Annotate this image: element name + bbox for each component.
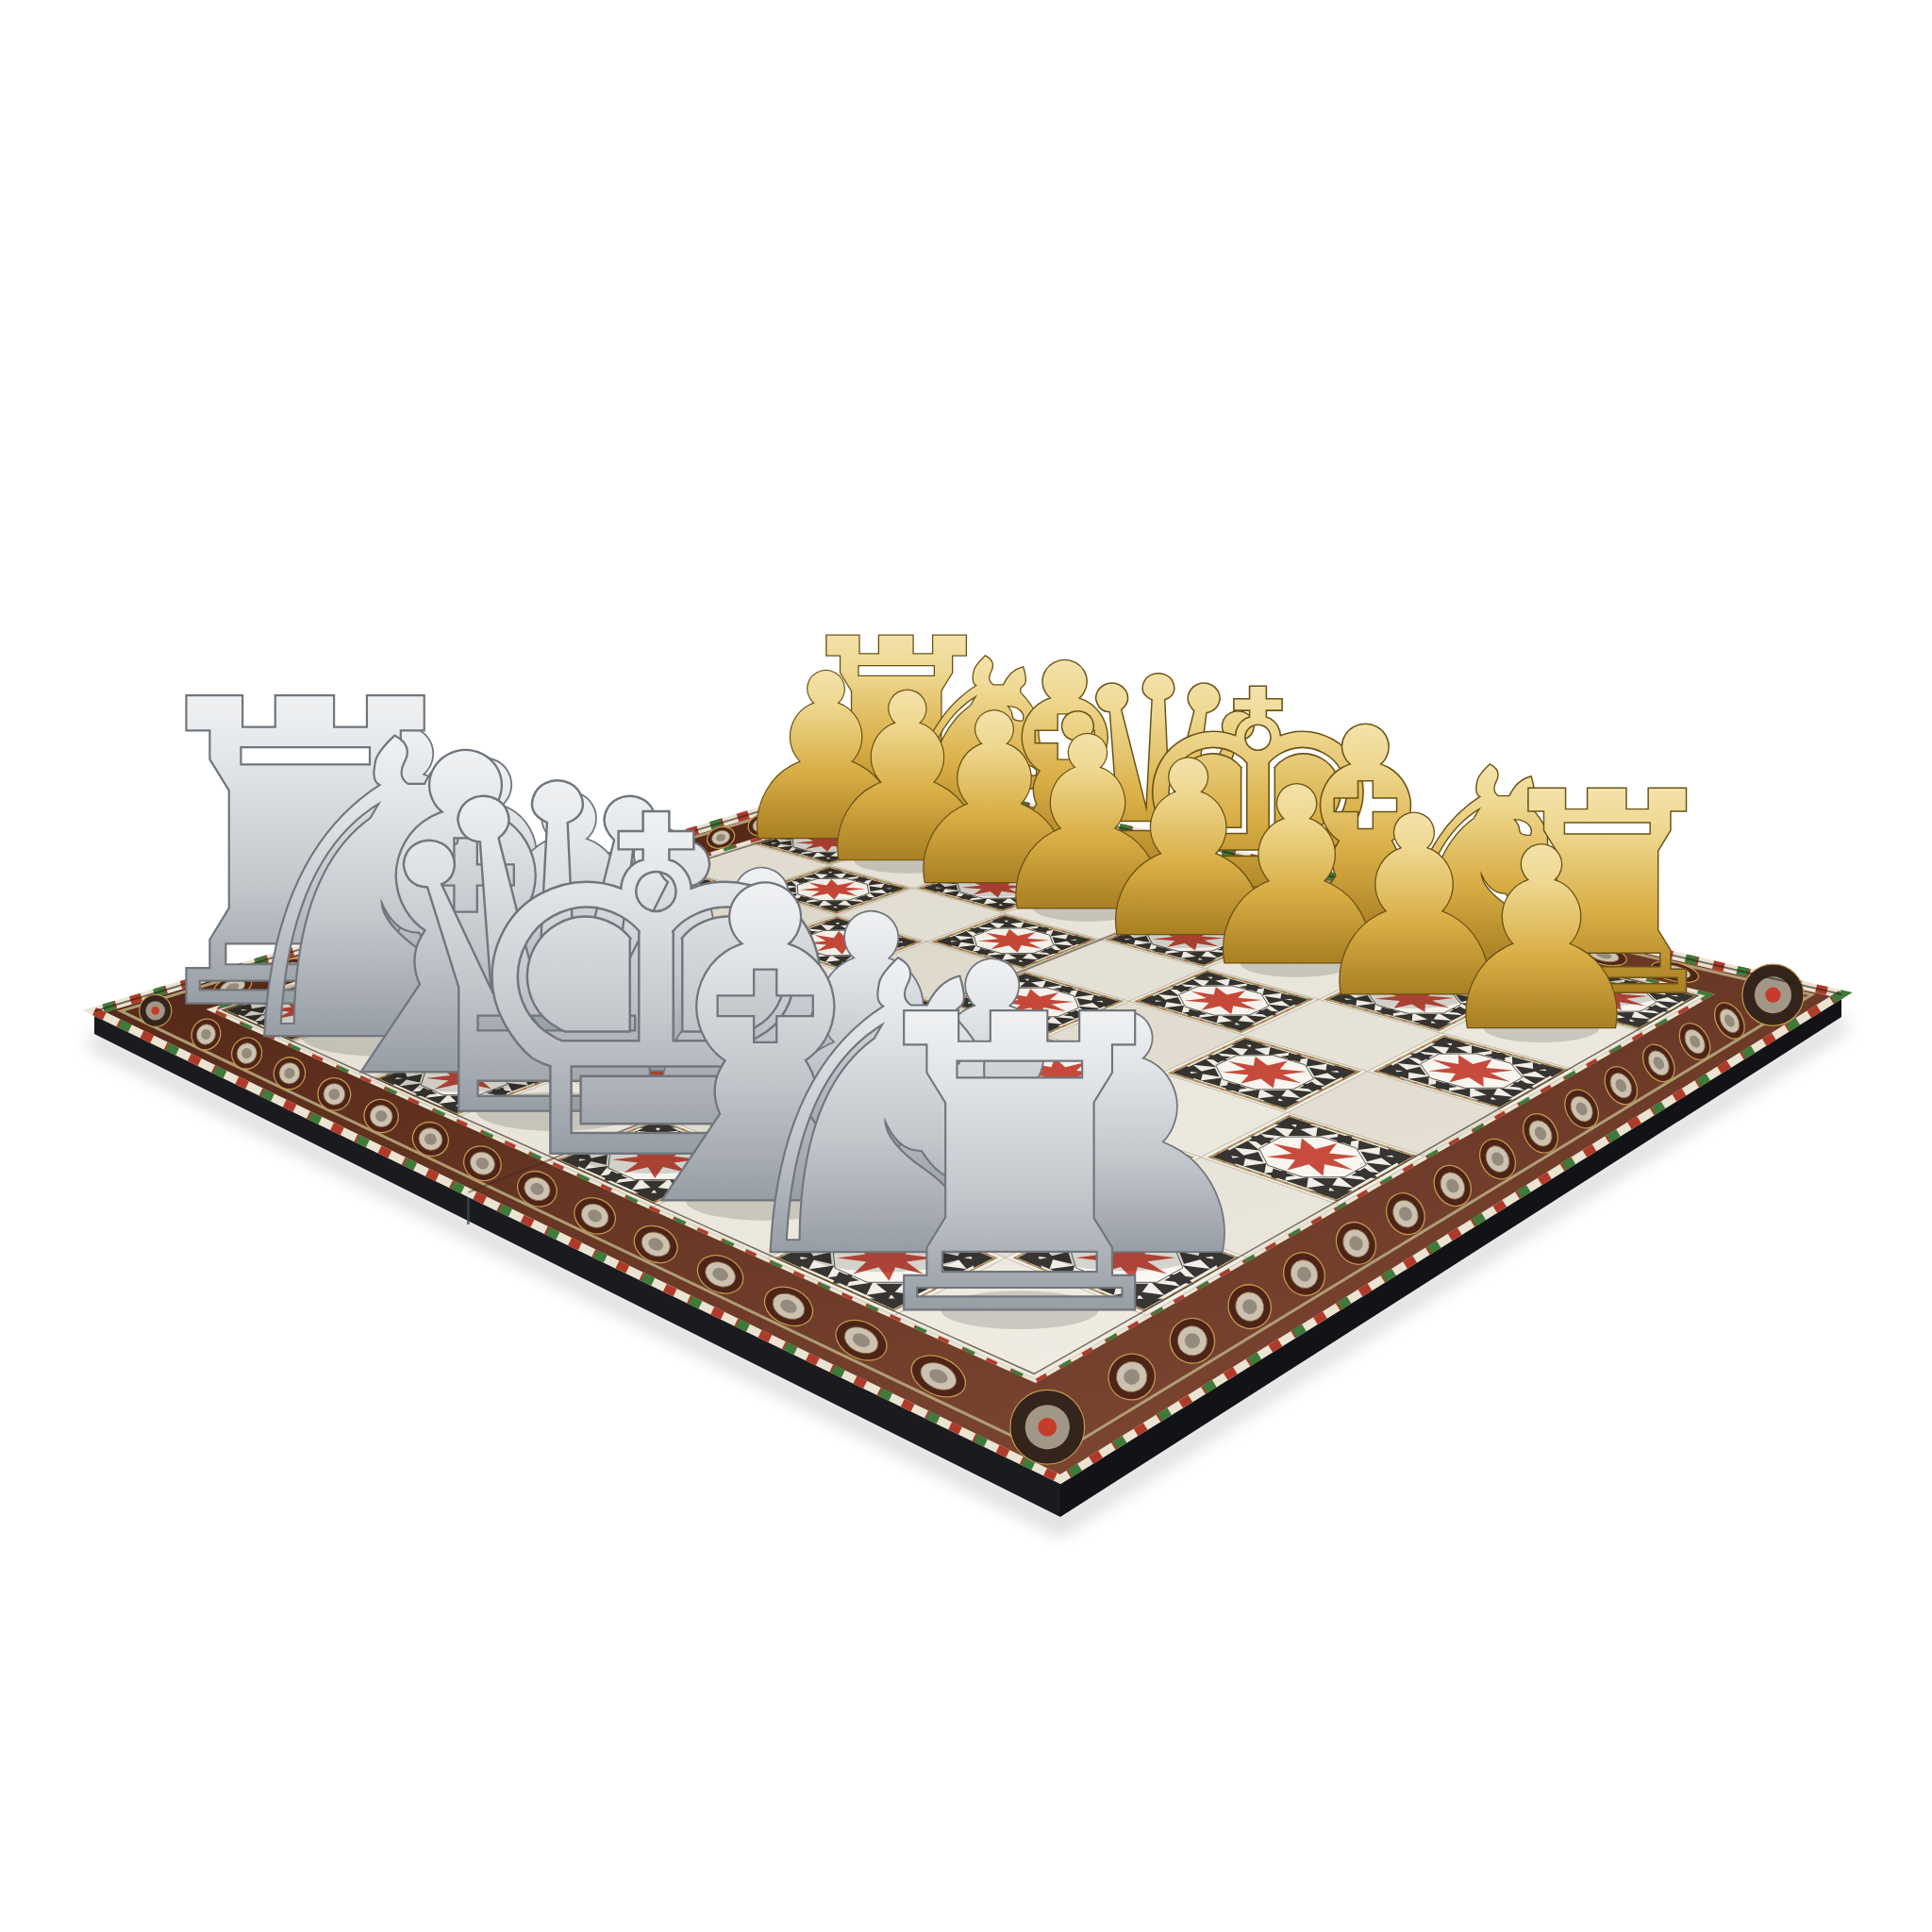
chessboard-svg: ♜♞♟♝♟♛♟♚♟♝♟♞♟♟♜♟♟♜♟♟♞♟♝♟♛♟♚♟♝♟♞♜ <box>0 0 1932 1932</box>
piece-gold-pawn-h7[interactable]: ♟ <box>1429 795 1654 1087</box>
svg-text:♟: ♟ <box>1429 795 1654 1087</box>
piece-silver-rook-h1[interactable]: ♜ <box>837 931 1202 1405</box>
svg-text:♜: ♜ <box>837 931 1202 1405</box>
pieces: ♜♞♟♝♟♛♟♚♟♝♟♞♟♟♜♟♟♜♟♟♞♟♝♟♛♟♚♟♝♟♞♜ <box>118 587 1732 1405</box>
chess-set-photo: ♜♞♟♝♟♛♟♚♟♝♟♞♟♟♜♟♟♜♟♟♞♟♝♟♛♟♚♟♝♟♞♜ <box>0 0 1932 1932</box>
